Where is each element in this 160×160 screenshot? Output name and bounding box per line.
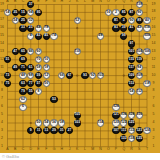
col-label-bottom-Q: Q (122, 148, 125, 152)
stone-white-S16: 42 (136, 25, 143, 32)
stone-white-S18: 96 (136, 9, 143, 16)
stone-black-C8: 79 (19, 88, 26, 95)
stone-black-B18: 35 (12, 9, 19, 16)
stone-black-S17: 89 (136, 17, 143, 24)
row-label-left-17: 17 (0, 19, 4, 23)
stone-white-T17: 40 (143, 17, 150, 24)
stone-white-T15: 100 (143, 33, 150, 40)
stone-black-E15: 43 (35, 33, 42, 40)
row-label-right-1: 1 (153, 145, 155, 149)
col-label-bottom-F: F (45, 148, 47, 152)
stone-white-O18: 16 (105, 9, 112, 16)
stone-white-F16: 78 (43, 25, 50, 32)
col-label-top-E: E (37, 0, 39, 3)
col-label-top-K: K (76, 0, 78, 3)
stone-black-P17: 81 (112, 17, 119, 24)
col-label-top-B: B (14, 0, 16, 3)
stone-black-L10: 93 (81, 72, 88, 79)
row-label-left-15: 15 (0, 34, 4, 38)
stone-black-R16: 41 (128, 25, 135, 32)
col-label-bottom-E: E (37, 148, 39, 152)
col-label-bottom-D: D (29, 148, 32, 152)
row-label-left-6: 6 (1, 105, 3, 109)
row-label-left-4: 4 (1, 121, 3, 125)
stone-white-B17: 24 (12, 17, 19, 24)
row-label-left-11: 11 (0, 66, 4, 70)
stone-white-R17: 90 (128, 17, 135, 24)
row-label-right-18: 18 (152, 11, 156, 15)
col-label-top-Q: Q (122, 0, 125, 3)
row-label-right-12: 12 (152, 58, 156, 62)
col-label-bottom-C: C (22, 148, 25, 152)
col-label-top-A: A (6, 0, 8, 3)
row-label-right-6: 6 (153, 105, 155, 109)
stone-white-F9: 56 (43, 80, 50, 87)
stone-black-C18: 15 (19, 9, 26, 16)
col-label-bottom-B: B (14, 148, 16, 152)
row-label-right-2: 2 (153, 137, 155, 141)
col-label-top-C: C (22, 0, 25, 3)
col-label-bottom-H: H (60, 148, 63, 152)
stone-white-F4: 34 (43, 119, 50, 126)
row-label-right-9: 9 (153, 82, 155, 86)
row-label-right-14: 14 (152, 42, 156, 46)
row-label-right-5: 5 (153, 113, 155, 117)
stone-white-T16: 116 (143, 25, 150, 32)
stone-white-S10: 108 (136, 72, 143, 79)
stone-white-H4: 38 (58, 119, 65, 126)
stone-white-E16: 44 (35, 25, 42, 32)
stone-white-S5: 130 (136, 112, 143, 119)
stone-white-G15: 74 (50, 33, 57, 40)
col-label-top-R: R (130, 0, 133, 3)
stone-black-R14: 97 (128, 40, 135, 47)
col-label-top-G: G (53, 0, 56, 3)
col-label-bottom-O: O (107, 148, 110, 152)
row-label-left-14: 14 (0, 42, 4, 46)
stone-white-P4: 120 (112, 119, 119, 126)
stone-black-Q15: 99 (120, 33, 127, 40)
stone-white-Q5: 136 (120, 112, 127, 119)
row-label-left-7: 7 (1, 98, 3, 102)
stone-black-C11: 71 (19, 64, 26, 71)
stone-black-G7: 53 (50, 96, 57, 103)
stone-white-P18: 2 (112, 9, 119, 16)
col-label-bottom-L: L (84, 148, 86, 152)
col-label-top-O: O (107, 0, 110, 3)
stone-white-N15: 28 (97, 33, 104, 40)
stone-white-K17: 52 (74, 17, 81, 24)
row-label-right-16: 16 (152, 26, 156, 30)
row-label-right-13: 13 (152, 50, 156, 54)
row-label-right-8: 8 (153, 90, 155, 94)
col-label-bottom-N: N (99, 148, 102, 152)
stone-black-E18: 95 (35, 9, 42, 16)
col-label-bottom-A: A (6, 148, 8, 152)
col-label-top-L: L (84, 0, 86, 3)
stone-black-C12: 69 (19, 56, 26, 63)
col-label-top-T: T (146, 0, 148, 3)
stone-black-C9: 63 (19, 80, 26, 87)
col-label-bottom-M: M (91, 148, 94, 152)
stone-white-N4: 114 (97, 119, 104, 126)
stone-white-P6: 126 (112, 104, 119, 111)
stone-white-A18: 14 (4, 9, 11, 16)
go-board[interactable]: AABBCCDDEEFFGGHHJJKKLLMMNNOOPPQQRRSSTT19… (0, 0, 160, 153)
stone-white-T9: 118 (143, 80, 150, 87)
stone-white-C10: 48 (19, 72, 26, 79)
col-label-top-J: J (69, 0, 71, 3)
stone-black-C16: 33 (19, 25, 26, 32)
stone-white-R8: 54 (128, 88, 135, 95)
row-label-right-10: 10 (152, 74, 156, 78)
row-label-left-9: 9 (1, 82, 3, 86)
row-label-left-13: 13 (0, 50, 4, 54)
stone-white-S19: 138 (136, 1, 143, 8)
stone-white-S8: 112 (136, 88, 143, 95)
stone-white-E4: 50 (35, 119, 42, 126)
stone-black-R4: 125 (128, 119, 135, 126)
col-label-top-F: F (45, 0, 47, 3)
row-label-right-3: 3 (153, 129, 155, 133)
row-label-left-1: 1 (1, 145, 3, 149)
stone-white-F10: 12 (43, 72, 50, 79)
watermark: © Go4Go (2, 154, 19, 159)
stone-white-C7: 62 (19, 96, 26, 103)
stone-black-K4: 103 (74, 119, 81, 126)
row-label-right-7: 7 (153, 98, 155, 102)
page: AABBCCDDEEFFGGHHJJKKLLMMNNOOPPQQRRSSTT19… (0, 0, 160, 160)
row-label-left-2: 2 (1, 137, 3, 141)
row-label-right-15: 15 (152, 34, 156, 38)
stone-black-F15: 45 (43, 33, 50, 40)
row-label-right-19: 19 (152, 3, 156, 7)
col-label-bottom-P: P (115, 148, 117, 152)
col-label-bottom-K: K (76, 148, 78, 152)
col-label-top-P: P (115, 0, 117, 3)
col-label-bottom-T: T (146, 148, 148, 152)
row-label-left-5: 5 (1, 113, 3, 117)
row-label-left-16: 16 (0, 26, 4, 30)
col-label-bottom-S: S (138, 148, 140, 152)
col-label-top-M: M (91, 0, 94, 3)
stone-black-P16: 83 (112, 25, 119, 32)
row-label-right-4: 4 (153, 121, 155, 125)
row-label-left-8: 8 (1, 90, 3, 94)
col-label-top-N: N (99, 0, 102, 3)
stone-white-C6: 6 (19, 104, 26, 111)
stone-black-K5: 105 (74, 112, 81, 119)
stone-black-C17: 25 (19, 17, 26, 24)
stone-black-R18: 87 (128, 9, 135, 16)
stone-white-Q4: 122 (120, 119, 127, 126)
row-label-right-11: 11 (152, 66, 156, 70)
stone-white-G4: 36 (50, 119, 57, 126)
row-label-right-17: 17 (152, 19, 156, 23)
stone-white-R5: 128 (128, 112, 135, 119)
stone-white-D15: 4 (27, 33, 34, 40)
row-label-left-19: 19 (0, 3, 4, 7)
row-label-left-3: 3 (1, 129, 3, 133)
col-label-top-H: H (60, 0, 63, 3)
col-label-bottom-R: R (130, 148, 133, 152)
stone-black-P5: 121 (112, 112, 119, 119)
col-label-bottom-G: G (53, 148, 56, 152)
col-label-bottom-J: J (69, 148, 71, 152)
stone-white-E8: 8 (35, 88, 42, 95)
